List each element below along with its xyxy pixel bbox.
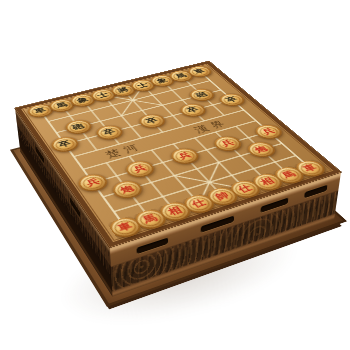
piece-black-c[interactable]: 砲 [65,119,93,134]
piece-glyph: 卒 [53,138,77,152]
piece-black-p[interactable]: 卒 [95,125,124,141]
piece-top: 炮 [111,180,143,199]
piece-side [122,159,159,180]
piece-top: 卒 [50,136,79,153]
piece-side [109,178,147,201]
piece-side [167,146,203,166]
piece-red-p[interactable]: 兵 [213,136,244,152]
piece-glyph: 兵 [215,137,240,150]
piece-glyph: 車 [297,161,324,176]
xiangqi-set-photo: 楚河 漢界 車馬象士將士象馬車砲砲卒卒卒卒卒兵兵兵兵兵炮炮車馬相仕帥仕相馬車 [0,0,350,350]
piece-top: 炮 [246,141,277,158]
piece-glyph: 兵 [127,162,152,177]
piece-glyph: 車 [111,218,139,236]
piece-black-p[interactable]: 卒 [179,103,207,117]
piece-red-c[interactable]: 炮 [111,180,143,199]
piece-glyph: 炮 [114,182,140,198]
piece-black-c[interactable]: 砲 [188,88,215,102]
piece-black-p[interactable]: 卒 [50,136,79,153]
piece-glyph: 炮 [249,143,275,157]
piece-red-c[interactable]: 炮 [246,141,277,158]
piece-black-p[interactable]: 卒 [138,114,166,129]
scene-3d: 楚河 漢界 車馬象士將士象馬車砲砲卒卒卒卒卒兵兵兵兵兵炮炮車馬相仕帥仕相馬車 [0,0,350,350]
piece-glyph: 兵 [80,175,106,191]
piece-glyph: 兵 [172,149,197,163]
